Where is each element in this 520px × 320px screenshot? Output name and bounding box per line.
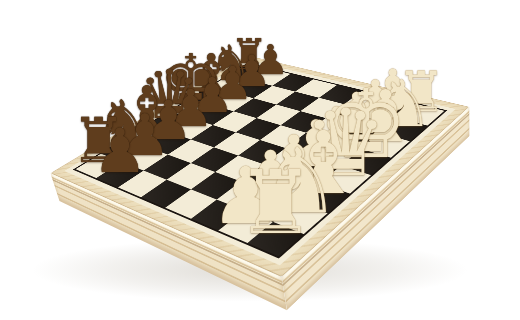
square-b3 xyxy=(217,181,268,210)
square-a3 xyxy=(191,200,244,231)
square-d1 xyxy=(320,166,371,194)
square-a5 xyxy=(141,180,191,208)
product-photo: ♜♞♝♛♚♝♞♜♟♟♟♟♟♟♟♟♟♟♟♟♟♟♟♟♜♞♝♛♚♝♞♜ xyxy=(0,0,520,320)
square-b6 xyxy=(144,155,191,180)
square-a6 xyxy=(118,171,167,198)
square-e2 xyxy=(312,141,361,166)
square-a2 xyxy=(218,210,273,243)
square-c4 xyxy=(215,156,264,182)
square-b2 xyxy=(244,191,297,221)
square-c3 xyxy=(241,164,291,191)
square-f1 xyxy=(361,133,410,158)
square-d2 xyxy=(291,157,341,184)
square-c2 xyxy=(268,174,319,202)
square-c1 xyxy=(297,183,350,213)
square-e1 xyxy=(341,149,391,175)
square-g1 xyxy=(380,118,427,141)
square-a4 xyxy=(165,189,216,218)
square-f2 xyxy=(333,125,380,149)
square-d4 xyxy=(238,140,285,164)
square-b5 xyxy=(167,163,216,189)
scene xyxy=(88,0,431,312)
square-a1 xyxy=(247,222,303,256)
square-e3 xyxy=(286,133,333,157)
square-b4 xyxy=(191,172,241,200)
square-d3 xyxy=(264,148,313,173)
square-b1 xyxy=(273,202,328,234)
square-c5 xyxy=(191,147,238,172)
square-a7 xyxy=(96,162,143,188)
board-margin xyxy=(64,60,455,265)
